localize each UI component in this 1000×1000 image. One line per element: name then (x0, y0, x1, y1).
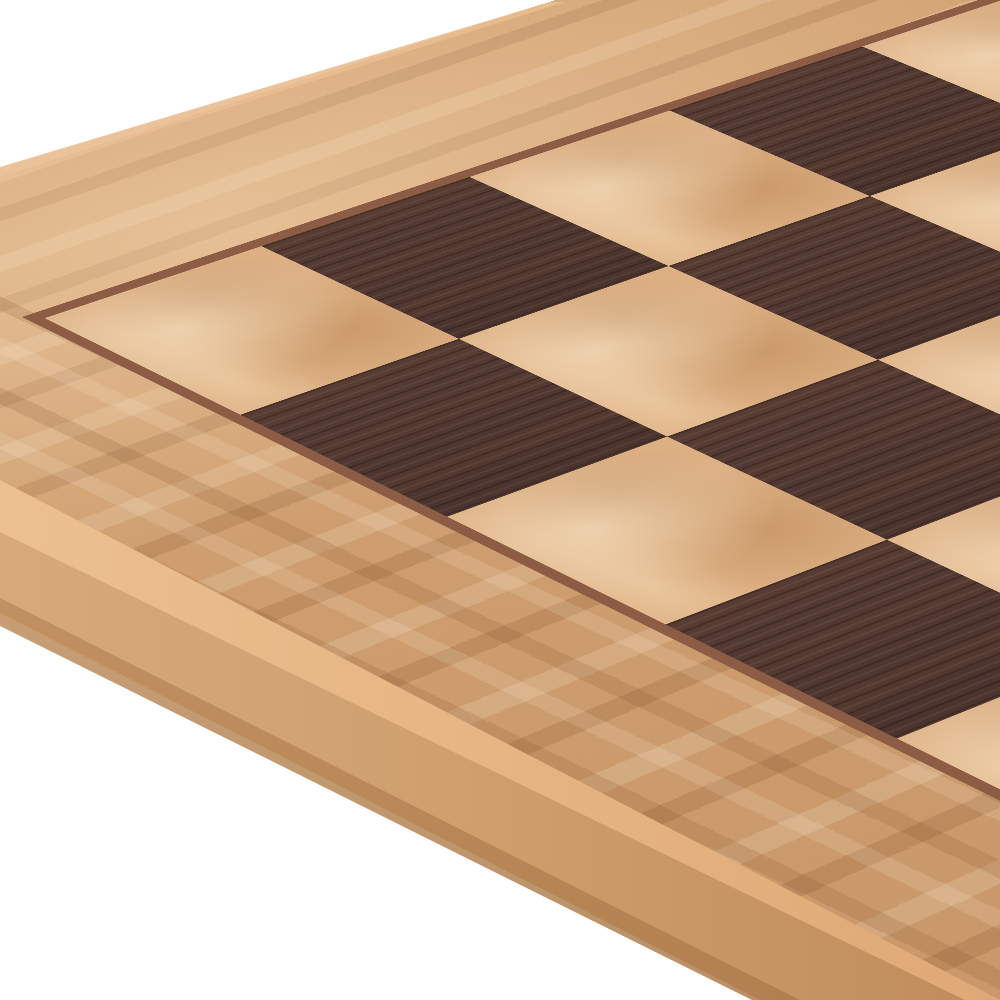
product-photo-scene (0, 0, 1000, 1000)
